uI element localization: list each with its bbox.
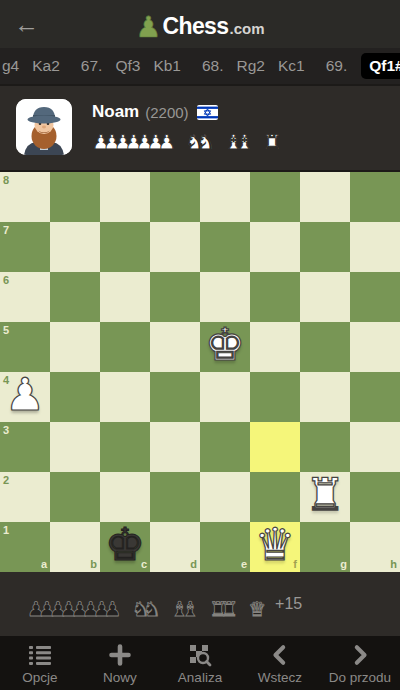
square-f2[interactable] xyxy=(250,472,300,522)
captured-top: ♟♟♟♟♟♟♟♞♞♝♝♜ xyxy=(92,131,281,153)
rank-label: 1 xyxy=(3,525,9,536)
square-c7[interactable] xyxy=(100,222,150,272)
square-d7[interactable] xyxy=(150,222,200,272)
square-d8[interactable] xyxy=(150,172,200,222)
forward-move-label: Do przodu xyxy=(329,670,391,685)
move-item[interactable]: Rg2 xyxy=(237,57,265,75)
square-e4[interactable] xyxy=(200,372,250,422)
white-queen[interactable]: ♛ xyxy=(250,520,300,570)
bottom-tray: ♟♟♟♟♟♟♟♟♞♞♝♝♜♜♛ +15 xyxy=(0,572,400,636)
rank-label: 5 xyxy=(3,325,9,336)
square-f4[interactable] xyxy=(250,372,300,422)
black-king[interactable]: ♚ xyxy=(100,520,150,570)
rank-label: 2 xyxy=(3,475,9,486)
avatar-illustration xyxy=(16,99,72,155)
move-item[interactable]: Ka2 xyxy=(32,57,60,75)
analysis-button[interactable]: Analiza xyxy=(160,636,240,690)
captured-group: ♛ xyxy=(248,598,266,620)
player-rating: (2200) xyxy=(145,104,188,121)
square-b5[interactable] xyxy=(50,322,100,372)
move-number[interactable]: 67. xyxy=(81,57,103,75)
square-d4[interactable] xyxy=(150,372,200,422)
move-item[interactable]: Kb1 xyxy=(153,57,181,75)
captured-piece-icon: ♟ xyxy=(104,598,122,620)
options-button[interactable]: Opcje xyxy=(0,636,80,690)
square-h5[interactable] xyxy=(350,322,400,372)
square-h7[interactable] xyxy=(350,222,400,272)
logo-pawn-icon: ♟ xyxy=(135,10,161,44)
white-rook[interactable]: ♜ xyxy=(300,470,350,520)
square-e3[interactable] xyxy=(200,422,250,472)
file-label: g xyxy=(340,559,347,570)
captured-group: ♞♞ xyxy=(132,598,161,620)
square-f1[interactable]: f♛ xyxy=(250,522,300,572)
chess-board: 8765♚4♟32♜1abc♚def♛gh xyxy=(0,170,400,572)
avatar xyxy=(16,99,72,155)
square-a2[interactable]: 2 xyxy=(0,472,50,522)
square-f7[interactable] xyxy=(250,222,300,272)
move-number[interactable]: 69. xyxy=(326,57,348,75)
top-bar: ← ♟Chess.com xyxy=(0,0,400,48)
square-d1[interactable]: d xyxy=(150,522,200,572)
square-c8[interactable] xyxy=(100,172,150,222)
rank-label: 3 xyxy=(3,425,9,436)
captured-piece-icon: ♞ xyxy=(197,131,215,153)
square-b7[interactable] xyxy=(50,222,100,272)
move-current[interactable]: Qf1# xyxy=(361,53,400,79)
square-c4[interactable] xyxy=(100,372,150,422)
square-a5[interactable]: 5 xyxy=(0,322,50,372)
moves-list: g4Ka267.Qf3Kb168.Rg2Kc169.Qf1# xyxy=(0,48,400,84)
square-a8[interactable]: 8 xyxy=(0,172,50,222)
square-h1[interactable]: h xyxy=(350,522,400,572)
square-e5[interactable]: ♚ xyxy=(200,322,250,372)
square-b4[interactable] xyxy=(50,372,100,422)
captured-group: ♝♝ xyxy=(224,131,253,153)
opponent-panel: Noam (2200) ♟♟♟♟♟♟♟♞♞♝♝♜ xyxy=(0,86,400,170)
square-g6[interactable] xyxy=(300,272,350,322)
chevron-right-icon xyxy=(349,644,371,666)
captured-piece-icon: ♝ xyxy=(235,131,253,153)
captured-group: ♞♞ xyxy=(186,131,215,153)
square-h6[interactable] xyxy=(350,272,400,322)
back-move-label: Wstecz xyxy=(258,670,302,685)
square-c3[interactable] xyxy=(100,422,150,472)
square-f5[interactable] xyxy=(250,322,300,372)
captured-group: ♟♟♟♟♟♟♟ xyxy=(92,131,176,153)
square-b2[interactable] xyxy=(50,472,100,522)
analysis-label: Analiza xyxy=(178,670,222,685)
square-c1[interactable]: c♚ xyxy=(100,522,150,572)
captured-piece-icon: ♟ xyxy=(158,131,176,153)
israel-flag-icon xyxy=(197,105,218,120)
file-label: e xyxy=(241,559,247,570)
square-d5[interactable] xyxy=(150,322,200,372)
chevron-left-icon xyxy=(269,644,291,666)
square-f3[interactable] xyxy=(250,422,300,472)
file-label: h xyxy=(390,559,397,570)
captured-piece-icon: ♜ xyxy=(263,131,281,153)
rank-label: 6 xyxy=(3,275,9,286)
square-b3[interactable] xyxy=(50,422,100,472)
square-d2[interactable] xyxy=(150,472,200,522)
square-b8[interactable] xyxy=(50,172,100,222)
square-a4[interactable]: 4♟ xyxy=(0,372,50,422)
square-g1[interactable]: g xyxy=(300,522,350,572)
options-list-icon xyxy=(28,644,52,666)
plus-icon xyxy=(108,644,132,666)
square-g4[interactable] xyxy=(300,372,350,422)
square-f8[interactable] xyxy=(250,172,300,222)
square-g2[interactable]: ♜ xyxy=(300,472,350,522)
square-h2[interactable] xyxy=(350,472,400,522)
captured-piece-icon: ♝ xyxy=(181,598,199,620)
player-info: Noam (2200) ♟♟♟♟♟♟♟♞♞♝♝♜ xyxy=(92,99,281,170)
square-e2[interactable] xyxy=(200,472,250,522)
file-label: b xyxy=(90,559,97,570)
move-item[interactable]: Qf3 xyxy=(115,57,140,75)
square-a7[interactable]: 7 xyxy=(0,222,50,272)
logo-text: Chess xyxy=(162,13,228,40)
captured-piece-icon: ♜ xyxy=(220,598,238,620)
material-advantage: +15 xyxy=(275,595,302,613)
square-c6[interactable] xyxy=(100,272,150,322)
chess-app-screen: ← ♟Chess.com g4Ka267.Qf3Kb168.Rg2Kc169.Q… xyxy=(0,0,400,690)
square-e7[interactable] xyxy=(200,222,250,272)
captured-piece-icon: ♛ xyxy=(248,598,266,620)
file-label: a xyxy=(41,559,47,570)
square-a1[interactable]: 1a xyxy=(0,522,50,572)
captured-group: ♝♝ xyxy=(170,598,199,620)
back-icon[interactable]: ← xyxy=(14,0,39,48)
square-h8[interactable] xyxy=(350,172,400,222)
bottom-toolbar: Opcje Nowy Analiza xyxy=(0,636,400,690)
captured-piece-icon: ♞ xyxy=(142,598,160,620)
new-game-button[interactable]: Nowy xyxy=(80,636,160,690)
square-b1[interactable]: b xyxy=(50,522,100,572)
square-h4[interactable] xyxy=(350,372,400,422)
captured-group: ♟♟♟♟♟♟♟♟ xyxy=(27,598,122,620)
move-item[interactable]: g4 xyxy=(2,57,19,75)
player-name-row: Noam (2200) xyxy=(92,102,281,122)
analysis-board-magnifier-icon xyxy=(188,644,212,666)
square-a6[interactable]: 6 xyxy=(0,272,50,322)
square-d6[interactable] xyxy=(150,272,200,322)
captured-group: ♜ xyxy=(263,131,281,153)
square-e6[interactable] xyxy=(200,272,250,322)
move-number[interactable]: 68. xyxy=(202,57,224,75)
back-move-button[interactable]: Wstecz xyxy=(240,636,320,690)
captured-bottom: ♟♟♟♟♟♟♟♟♞♞♝♝♜♜♛ xyxy=(27,598,266,620)
chesscom-logo: ♟Chess.com xyxy=(135,7,264,41)
square-h3[interactable] xyxy=(350,422,400,472)
rank-label: 8 xyxy=(3,175,9,186)
square-e1[interactable]: e xyxy=(200,522,250,572)
white-king[interactable]: ♚ xyxy=(200,320,250,370)
square-g3[interactable] xyxy=(300,422,350,472)
square-c2[interactable] xyxy=(100,472,150,522)
captured-group: ♜♜ xyxy=(209,598,238,620)
rank-label: 7 xyxy=(3,225,9,236)
player-name[interactable]: Noam xyxy=(92,102,139,122)
logo-domain-text: .com xyxy=(230,20,265,37)
square-e8[interactable] xyxy=(200,172,250,222)
square-a3[interactable]: 3 xyxy=(0,422,50,472)
square-g7[interactable] xyxy=(300,222,350,272)
move-item[interactable]: Kc1 xyxy=(278,57,305,75)
options-label: Opcje xyxy=(22,670,57,685)
file-label: d xyxy=(190,559,197,570)
square-f6[interactable] xyxy=(250,272,300,322)
square-c5[interactable] xyxy=(100,322,150,372)
square-g5[interactable] xyxy=(300,322,350,372)
forward-move-button[interactable]: Do przodu xyxy=(320,636,400,690)
white-pawn[interactable]: ♟ xyxy=(0,370,50,420)
square-d3[interactable] xyxy=(150,422,200,472)
square-b6[interactable] xyxy=(50,272,100,322)
square-g8[interactable] xyxy=(300,172,350,222)
new-game-label: Nowy xyxy=(103,670,137,685)
